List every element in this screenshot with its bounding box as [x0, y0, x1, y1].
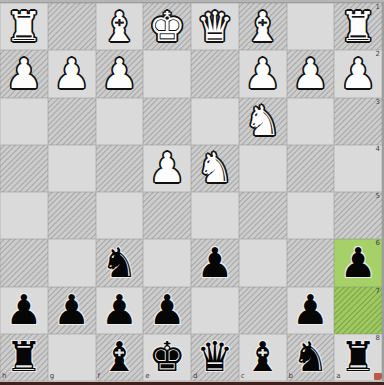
white-king[interactable]: ♚ — [149, 4, 186, 50]
square-f5[interactable] — [96, 192, 144, 239]
chess-app-window: ♜♝♚♛♝♜1♟♟♟♟♟♟2♞3♟♞45♞♟♟6♟♟♟♟♟7♜hg♝f♚e♛d♝… — [0, 0, 384, 385]
square-a1[interactable]: ♜1 — [334, 3, 382, 50]
square-g4[interactable] — [48, 145, 96, 192]
black-rook[interactable]: ♜ — [5, 334, 42, 380]
square-e8[interactable]: ♚e — [143, 334, 191, 381]
white-rook[interactable]: ♜ — [5, 4, 42, 50]
square-g2[interactable]: ♟ — [48, 50, 96, 97]
square-e4[interactable]: ♟ — [143, 145, 191, 192]
square-c7[interactable] — [239, 287, 287, 334]
square-h5[interactable] — [0, 192, 48, 239]
square-a7[interactable]: 7 — [334, 287, 382, 334]
square-a4[interactable]: 4 — [334, 145, 382, 192]
square-f4[interactable] — [96, 145, 144, 192]
black-rook[interactable]: ♜ — [340, 334, 377, 380]
square-g3[interactable] — [48, 98, 96, 145]
square-d1[interactable]: ♛ — [191, 3, 239, 50]
file-coordinate-d: d — [193, 373, 197, 380]
white-pawn[interactable]: ♟ — [5, 51, 42, 97]
rank-coordinate-6: 6 — [376, 240, 380, 247]
white-bishop[interactable]: ♝ — [101, 4, 138, 50]
white-bishop[interactable]: ♝ — [244, 4, 281, 50]
square-d3[interactable] — [191, 98, 239, 145]
square-c3[interactable]: ♞ — [239, 98, 287, 145]
rank-coordinate-2: 2 — [376, 51, 380, 58]
square-d2[interactable] — [191, 50, 239, 97]
square-e7[interactable]: ♟ — [143, 287, 191, 334]
square-a2[interactable]: ♟2 — [334, 50, 382, 97]
black-bishop[interactable]: ♝ — [244, 334, 281, 380]
square-b4[interactable] — [287, 145, 335, 192]
square-h4[interactable] — [0, 145, 48, 192]
black-pawn[interactable]: ♟ — [101, 287, 138, 333]
square-b1[interactable] — [287, 3, 335, 50]
square-g8[interactable]: g — [48, 334, 96, 381]
black-king[interactable]: ♚ — [149, 334, 186, 380]
square-b6[interactable] — [287, 239, 335, 286]
square-e1[interactable]: ♚ — [143, 3, 191, 50]
square-h7[interactable]: ♟ — [0, 287, 48, 334]
white-pawn[interactable]: ♟ — [292, 51, 329, 97]
rank-coordinate-7: 7 — [376, 288, 380, 295]
black-pawn[interactable]: ♟ — [53, 287, 90, 333]
rank-coordinate-8: 8 — [376, 335, 380, 342]
square-c4[interactable] — [239, 145, 287, 192]
square-e2[interactable] — [143, 50, 191, 97]
square-g7[interactable]: ♟ — [48, 287, 96, 334]
square-c8[interactable]: ♝c — [239, 334, 287, 381]
square-d6[interactable]: ♟ — [191, 239, 239, 286]
file-coordinate-f: f — [98, 373, 100, 380]
square-f6[interactable]: ♞ — [96, 239, 144, 286]
square-c1[interactable]: ♝ — [239, 3, 287, 50]
white-rook[interactable]: ♜ — [340, 4, 377, 50]
white-knight[interactable]: ♞ — [196, 145, 233, 191]
square-h8[interactable]: ♜h — [0, 334, 48, 381]
square-d7[interactable] — [191, 287, 239, 334]
square-g6[interactable] — [48, 239, 96, 286]
black-pawn[interactable]: ♟ — [149, 287, 186, 333]
white-pawn[interactable]: ♟ — [53, 51, 90, 97]
square-f3[interactable] — [96, 98, 144, 145]
white-pawn[interactable]: ♟ — [340, 51, 377, 97]
square-h3[interactable] — [0, 98, 48, 145]
square-e6[interactable] — [143, 239, 191, 286]
square-d8[interactable]: ♛d — [191, 334, 239, 381]
square-h2[interactable]: ♟ — [0, 50, 48, 97]
white-pawn[interactable]: ♟ — [149, 145, 186, 191]
square-g1[interactable] — [48, 3, 96, 50]
rank-coordinate-1: 1 — [376, 4, 380, 11]
square-h6[interactable] — [0, 239, 48, 286]
black-pawn[interactable]: ♟ — [292, 287, 329, 333]
square-a3[interactable]: 3 — [334, 98, 382, 145]
file-coordinate-a: a — [336, 373, 340, 380]
square-c6[interactable] — [239, 239, 287, 286]
square-e3[interactable] — [143, 98, 191, 145]
rank-coordinate-3: 3 — [376, 99, 380, 106]
square-c5[interactable] — [239, 192, 287, 239]
square-b8[interactable]: ♞b — [287, 334, 335, 381]
square-f2[interactable]: ♟ — [96, 50, 144, 97]
square-f1[interactable]: ♝ — [96, 3, 144, 50]
file-coordinate-b: b — [289, 373, 293, 380]
square-d4[interactable]: ♞ — [191, 145, 239, 192]
rank-coordinate-4: 4 — [376, 146, 380, 153]
square-b5[interactable] — [287, 192, 335, 239]
square-a5[interactable]: 5 — [334, 192, 382, 239]
file-coordinate-g: g — [50, 373, 54, 380]
square-b7[interactable]: ♟ — [287, 287, 335, 334]
black-pawn[interactable]: ♟ — [5, 287, 42, 333]
white-queen[interactable]: ♛ — [196, 4, 233, 50]
black-pawn[interactable]: ♟ — [196, 240, 233, 286]
chess-board[interactable]: ♜♝♚♛♝♜1♟♟♟♟♟♟2♞3♟♞45♞♟♟6♟♟♟♟♟7♜hg♝f♚e♛d♝… — [0, 3, 384, 381]
square-c2[interactable]: ♟ — [239, 50, 287, 97]
square-h1[interactable]: ♜ — [0, 3, 48, 50]
square-b2[interactable]: ♟ — [287, 50, 335, 97]
black-pawn[interactable]: ♟ — [340, 240, 377, 286]
black-queen[interactable]: ♛ — [196, 334, 233, 380]
square-d5[interactable] — [191, 192, 239, 239]
black-knight[interactable]: ♞ — [101, 240, 138, 286]
square-g5[interactable] — [48, 192, 96, 239]
square-f8[interactable]: ♝f — [96, 334, 144, 381]
black-knight[interactable]: ♞ — [292, 334, 329, 380]
cursor-mark — [374, 373, 382, 380]
white-knight[interactable]: ♞ — [244, 98, 281, 144]
white-pawn[interactable]: ♟ — [101, 51, 138, 97]
square-a6[interactable]: ♟6 — [334, 239, 382, 286]
white-pawn[interactable]: ♟ — [244, 51, 281, 97]
file-coordinate-e: e — [145, 373, 149, 380]
rank-coordinate-5: 5 — [376, 193, 380, 200]
square-f7[interactable]: ♟ — [96, 287, 144, 334]
file-coordinate-h: h — [2, 373, 6, 380]
black-bishop[interactable]: ♝ — [101, 334, 138, 380]
square-b3[interactable] — [287, 98, 335, 145]
window-bottom-bar — [0, 381, 384, 385]
square-e5[interactable] — [143, 192, 191, 239]
file-coordinate-c: c — [241, 373, 245, 380]
